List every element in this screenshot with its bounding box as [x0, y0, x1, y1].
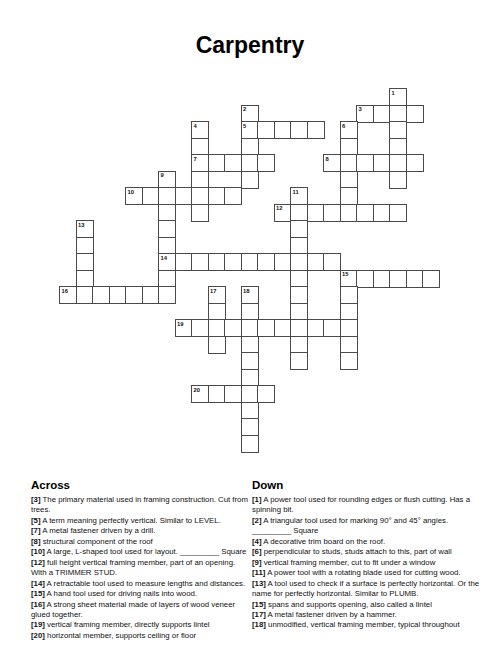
grid-cell[interactable] — [340, 286, 358, 304]
grid-cell[interactable] — [241, 435, 259, 453]
grid-cell[interactable]: 17 — [208, 286, 226, 304]
grid-cell[interactable] — [208, 253, 226, 271]
clue-item: [18] unmodified, vertical framing member… — [252, 620, 480, 630]
grid-cell[interactable] — [158, 270, 176, 288]
grid-cell[interactable] — [290, 204, 308, 222]
cell-number: 8 — [326, 156, 329, 162]
clue-item: [9] vertical framing member, cut to fit … — [252, 558, 480, 568]
grid-cell[interactable] — [224, 319, 242, 337]
clue-item: [20] horizontal member, supports ceiling… — [31, 631, 248, 641]
grid-cell[interactable] — [241, 402, 259, 420]
grid-cell[interactable] — [389, 121, 407, 139]
clue-number: [20] — [31, 631, 45, 640]
clue-number: [15] — [252, 600, 266, 609]
clue-number: [2] — [252, 516, 262, 525]
grid-cell[interactable]: 20 — [191, 385, 209, 403]
cell-number: 1 — [392, 90, 395, 96]
grid-cell[interactable] — [340, 303, 358, 321]
grid-cell[interactable] — [323, 204, 341, 222]
grid-cell[interactable] — [290, 303, 308, 321]
grid-cell[interactable] — [191, 187, 209, 205]
grid-cell[interactable] — [307, 204, 325, 222]
grid-cell[interactable] — [224, 154, 242, 172]
grid-cell[interactable] — [406, 270, 424, 288]
grid-cell[interactable]: 9 — [158, 171, 176, 189]
grid-cell[interactable]: 19 — [175, 319, 193, 337]
grid-cell[interactable] — [241, 319, 259, 337]
clue-number: [7] — [31, 526, 41, 535]
clue-number: [4] — [252, 537, 262, 546]
grid-cell[interactable] — [257, 154, 275, 172]
clue-item: [2] A triangular tool used for marking 9… — [252, 516, 480, 537]
grid-cell[interactable]: 2 — [241, 105, 259, 123]
grid-cell[interactable] — [158, 187, 176, 205]
clue-number: [8] — [31, 537, 41, 546]
grid-cell[interactable] — [323, 253, 341, 271]
grid-cell[interactable] — [373, 204, 391, 222]
grid-cell[interactable] — [356, 154, 374, 172]
grid-cell[interactable] — [290, 237, 308, 255]
puzzle-title: Carpentry — [0, 32, 500, 59]
grid-cell[interactable] — [224, 385, 242, 403]
clue-number: [17] — [252, 610, 266, 619]
clue-item: [1] A power tool used for rounding edges… — [252, 495, 480, 516]
grid-cell[interactable] — [257, 385, 275, 403]
clue-item: [16] A strong sheet material made of lay… — [31, 600, 248, 621]
grid-cell[interactable] — [208, 336, 226, 354]
grid-cell[interactable] — [290, 352, 308, 370]
grid-cell[interactable]: 7 — [191, 154, 209, 172]
clue-number: [1] — [252, 495, 262, 504]
grid-cell[interactable] — [389, 204, 407, 222]
grid-cell[interactable] — [290, 336, 308, 354]
clue-number: [18] — [252, 620, 266, 629]
grid-cell[interactable] — [92, 286, 110, 304]
cell-number: 5 — [243, 123, 246, 129]
grid-cell[interactable]: 8 — [323, 154, 341, 172]
clue-item: [6] perpendicular to studs, studs attach… — [252, 547, 480, 557]
grid-cell[interactable] — [158, 220, 176, 238]
grid-cell[interactable]: 18 — [241, 286, 259, 304]
across-clue-list: [3] The primary material used in framing… — [31, 495, 248, 641]
grid-cell[interactable] — [241, 303, 259, 321]
grid-cell[interactable] — [142, 187, 160, 205]
clue-item: [8] structural component of the roof — [31, 537, 248, 547]
grid-cell[interactable]: 16 — [59, 286, 77, 304]
cell-number: 19 — [177, 321, 183, 327]
clue-number: [13] — [252, 579, 266, 588]
grid-cell[interactable]: 15 — [340, 270, 358, 288]
down-clues-section: Down [1] A power tool used for rounding … — [252, 479, 480, 631]
grid-cell[interactable] — [241, 369, 259, 387]
cell-number: 14 — [161, 255, 167, 261]
crossword-grid: 1234567891011121314151617181920 — [59, 88, 440, 452]
grid-cell[interactable] — [340, 154, 358, 172]
down-clue-list: [1] A power tool used for rounding edges… — [252, 495, 480, 631]
clue-number: [15] — [31, 589, 45, 598]
cell-number: 3 — [359, 106, 362, 112]
cell-number: 7 — [194, 156, 197, 162]
down-header: Down — [252, 479, 480, 491]
grid-cell[interactable] — [142, 286, 160, 304]
grid-cell[interactable] — [290, 220, 308, 238]
grid-cell[interactable] — [158, 286, 176, 304]
grid-cell[interactable] — [323, 319, 341, 337]
cell-number: 16 — [62, 288, 68, 294]
grid-cell[interactable]: 11 — [290, 187, 308, 205]
cell-number: 6 — [342, 123, 345, 129]
grid-cell[interactable] — [208, 303, 226, 321]
grid-cell[interactable]: 3 — [356, 105, 374, 123]
grid-cell[interactable] — [307, 121, 325, 139]
clue-item: [7] A metal fastener driven by a drill. — [31, 526, 248, 536]
clue-item: [5] A term meaning perfectly vertical. S… — [31, 516, 248, 526]
grid-cell[interactable] — [76, 253, 94, 271]
grid-cell[interactable] — [76, 286, 94, 304]
grid-cell[interactable] — [224, 253, 242, 271]
grid-cell[interactable] — [125, 286, 143, 304]
clue-number: [12] — [31, 558, 45, 567]
grid-cell[interactable] — [175, 187, 193, 205]
grid-cell[interactable] — [208, 187, 226, 205]
grid-cell[interactable]: 6 — [340, 121, 358, 139]
grid-cell[interactable] — [274, 253, 292, 271]
grid-cell[interactable] — [191, 253, 209, 271]
grid-cell[interactable] — [340, 171, 358, 189]
clue-number: [9] — [252, 558, 262, 567]
grid-cell[interactable] — [208, 154, 226, 172]
grid-cell[interactable] — [109, 286, 127, 304]
cell-number: 10 — [128, 189, 134, 195]
grid-cell[interactable] — [191, 171, 209, 189]
clue-item: [12] full height vertical framing member… — [31, 558, 248, 579]
cell-number: 4 — [194, 123, 197, 129]
grid-cell[interactable] — [406, 154, 424, 172]
cell-number: 20 — [194, 387, 200, 393]
grid-cell[interactable] — [373, 105, 391, 123]
clue-item: [17] A metal fastener driven by a hammer… — [252, 610, 480, 620]
grid-cell[interactable] — [208, 319, 226, 337]
grid-cell[interactable] — [290, 319, 308, 337]
clue-number: [3] — [31, 495, 41, 504]
grid-cell[interactable] — [389, 138, 407, 156]
grid-cell[interactable] — [76, 237, 94, 255]
grid-cell[interactable] — [406, 105, 424, 123]
clue-number: [6] — [252, 547, 262, 556]
grid-cell[interactable]: 4 — [191, 121, 209, 139]
grid-cell[interactable]: 5 — [241, 121, 259, 139]
cell-number: 11 — [293, 189, 299, 195]
grid-cell[interactable] — [257, 319, 275, 337]
cell-number: 15 — [342, 271, 348, 277]
grid-cell[interactable]: 1 — [389, 88, 407, 106]
grid-cell[interactable]: 13 — [76, 220, 94, 238]
grid-cell[interactable] — [422, 270, 440, 288]
grid-cell[interactable]: 10 — [125, 187, 143, 205]
clue-item: [10] A large, L-shaped tool used for lay… — [31, 547, 248, 557]
grid-cell[interactable] — [241, 171, 259, 189]
across-clues-section: Across [3] The primary material used in … — [31, 479, 248, 641]
clue-item: [19] vertical framing member, directly s… — [31, 620, 248, 630]
grid-cell[interactable] — [241, 336, 259, 354]
grid-cell[interactable] — [241, 385, 259, 403]
grid-cell[interactable] — [241, 352, 259, 370]
grid-cell[interactable] — [76, 270, 94, 288]
grid-cell[interactable] — [257, 253, 275, 271]
cell-number: 13 — [78, 222, 84, 228]
grid-cell[interactable] — [290, 270, 308, 288]
grid-cell[interactable] — [191, 138, 209, 156]
grid-cell[interactable] — [290, 121, 308, 139]
grid-cell[interactable] — [340, 187, 358, 205]
clue-item: [15] spans and supports opening, also ca… — [252, 600, 480, 610]
grid-cell[interactable] — [356, 270, 374, 288]
cell-number: 2 — [243, 106, 246, 112]
clue-item: [14] A retractable tool used to measure … — [31, 579, 248, 589]
clue-number: [14] — [31, 579, 45, 588]
grid-cell[interactable] — [241, 253, 259, 271]
grid-cell[interactable]: 12 — [274, 204, 292, 222]
grid-cell[interactable] — [307, 319, 325, 337]
grid-cell[interactable] — [340, 319, 358, 337]
grid-cell[interactable] — [290, 286, 308, 304]
cell-number: 18 — [243, 288, 249, 294]
across-header: Across — [31, 479, 248, 491]
clue-item: [13] A tool used to check if a surface i… — [252, 579, 480, 600]
clue-number: [16] — [31, 600, 45, 609]
cell-number: 12 — [276, 205, 282, 211]
grid-cell[interactable] — [241, 418, 259, 436]
grid-cell[interactable]: 14 — [158, 253, 176, 271]
grid-cell[interactable] — [389, 105, 407, 123]
grid-cell[interactable] — [241, 138, 259, 156]
clue-number: [19] — [31, 620, 45, 629]
clue-item: [3] The primary material used in framing… — [31, 495, 248, 516]
grid-cell[interactable] — [373, 270, 391, 288]
clue-number: [11] — [252, 568, 265, 577]
grid-cell[interactable] — [191, 204, 209, 222]
grid-cell[interactable] — [241, 154, 259, 172]
clue-number: [10] — [31, 547, 45, 556]
grid-cell[interactable] — [274, 121, 292, 139]
clue-number: [5] — [31, 516, 41, 525]
grid-cell[interactable] — [224, 187, 242, 205]
grid-cell[interactable] — [307, 253, 325, 271]
grid-cell[interactable] — [340, 336, 358, 354]
grid-cell[interactable] — [175, 253, 193, 271]
grid-cell[interactable] — [158, 237, 176, 255]
clue-item: [11] A power tool with a rotating blade … — [252, 568, 480, 578]
grid-cell[interactable] — [340, 352, 358, 370]
grid-cell[interactable] — [356, 204, 374, 222]
grid-cell[interactable] — [373, 154, 391, 172]
cell-number: 9 — [161, 172, 164, 178]
grid-cell[interactable] — [290, 253, 308, 271]
clue-item: [15] A hand tool used for driving nails … — [31, 589, 248, 599]
grid-cell[interactable] — [389, 171, 407, 189]
grid-cell[interactable] — [389, 154, 407, 172]
grid-cell[interactable] — [257, 121, 275, 139]
grid-cell[interactable] — [191, 319, 209, 337]
grid-cell[interactable] — [340, 138, 358, 156]
crossword-worksheet: Carpentry 123456789101112131415161718192… — [0, 0, 500, 647]
clue-item: [4] A decorative trim board on the roof. — [252, 537, 480, 547]
cell-number: 17 — [210, 288, 216, 294]
grid-cell[interactable] — [389, 270, 407, 288]
grid-cell[interactable] — [158, 204, 176, 222]
grid-cell[interactable] — [340, 204, 358, 222]
grid-cell[interactable] — [274, 319, 292, 337]
grid-cell[interactable] — [208, 385, 226, 403]
